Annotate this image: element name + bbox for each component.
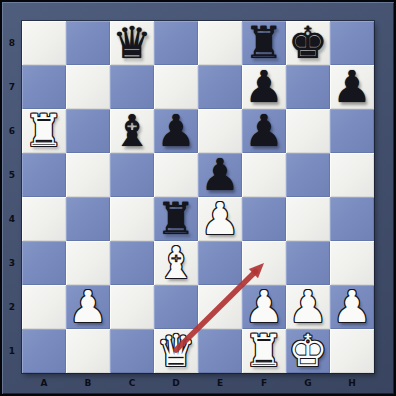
piece-black-bishop-c6[interactable]: ♝ bbox=[110, 109, 154, 153]
square-e7[interactable] bbox=[198, 65, 242, 109]
square-e3[interactable] bbox=[198, 241, 242, 285]
file-label-c: C bbox=[110, 375, 154, 392]
rank-label-6: 6 bbox=[4, 109, 20, 153]
square-b3[interactable] bbox=[66, 241, 110, 285]
piece-black-queen-c8[interactable]: ♛ bbox=[110, 21, 154, 65]
square-g3[interactable] bbox=[286, 241, 330, 285]
piece-black-pawn-f7[interactable]: ♟ bbox=[242, 65, 286, 109]
square-e8[interactable] bbox=[198, 21, 242, 65]
square-c7[interactable] bbox=[110, 65, 154, 109]
square-a4[interactable] bbox=[22, 197, 66, 241]
piece-white-pawn-e4[interactable]: ♟ bbox=[198, 197, 242, 241]
square-d7[interactable] bbox=[154, 65, 198, 109]
square-e4[interactable]: ♟ bbox=[198, 197, 242, 241]
rank-label-3: 3 bbox=[4, 241, 20, 285]
piece-black-king-g8[interactable]: ♚ bbox=[286, 21, 330, 65]
file-label-f: F bbox=[242, 375, 286, 392]
square-d1[interactable]: ♛ bbox=[154, 329, 198, 373]
square-a1[interactable] bbox=[22, 329, 66, 373]
square-g1[interactable]: ♚ bbox=[286, 329, 330, 373]
rank-label-8: 8 bbox=[4, 21, 20, 65]
rank-label-5: 5 bbox=[4, 153, 20, 197]
piece-black-pawn-h7[interactable]: ♟ bbox=[330, 65, 374, 109]
square-f1[interactable]: ♜ bbox=[242, 329, 286, 373]
square-g2[interactable]: ♟ bbox=[286, 285, 330, 329]
square-b8[interactable] bbox=[66, 21, 110, 65]
square-a3[interactable] bbox=[22, 241, 66, 285]
square-h8[interactable] bbox=[330, 21, 374, 65]
square-f3[interactable] bbox=[242, 241, 286, 285]
file-label-a: A bbox=[22, 375, 66, 392]
square-c3[interactable] bbox=[110, 241, 154, 285]
square-a5[interactable] bbox=[22, 153, 66, 197]
square-b2[interactable]: ♟ bbox=[66, 285, 110, 329]
square-f4[interactable] bbox=[242, 197, 286, 241]
piece-black-pawn-d6[interactable]: ♟ bbox=[154, 109, 198, 153]
square-a7[interactable] bbox=[22, 65, 66, 109]
square-c4[interactable] bbox=[110, 197, 154, 241]
piece-black-rook-d4[interactable]: ♜ bbox=[154, 197, 198, 241]
piece-white-rook-f1[interactable]: ♜ bbox=[242, 329, 286, 373]
square-g5[interactable] bbox=[286, 153, 330, 197]
square-h4[interactable] bbox=[330, 197, 374, 241]
chess-board: ♛♜♚♟♟♜♝♟♟♟♜♟♝♟♟♟♟♛♜♚ bbox=[22, 21, 374, 373]
square-g8[interactable]: ♚ bbox=[286, 21, 330, 65]
file-label-h: H bbox=[330, 375, 374, 392]
piece-white-pawn-h2[interactable]: ♟ bbox=[330, 285, 374, 329]
piece-white-rook-a6[interactable]: ♜ bbox=[22, 109, 66, 153]
file-label-g: G bbox=[286, 375, 330, 392]
square-h6[interactable] bbox=[330, 109, 374, 153]
square-b7[interactable] bbox=[66, 65, 110, 109]
square-h5[interactable] bbox=[330, 153, 374, 197]
square-c2[interactable] bbox=[110, 285, 154, 329]
square-c1[interactable] bbox=[110, 329, 154, 373]
square-a6[interactable]: ♜ bbox=[22, 109, 66, 153]
square-f8[interactable]: ♜ bbox=[242, 21, 286, 65]
square-d6[interactable]: ♟ bbox=[154, 109, 198, 153]
piece-white-king-g1[interactable]: ♚ bbox=[286, 329, 330, 373]
square-g6[interactable] bbox=[286, 109, 330, 153]
piece-white-queen-d1[interactable]: ♛ bbox=[154, 329, 198, 373]
square-b5[interactable] bbox=[66, 153, 110, 197]
square-e6[interactable] bbox=[198, 109, 242, 153]
square-f2[interactable]: ♟ bbox=[242, 285, 286, 329]
rank-label-7: 7 bbox=[4, 65, 20, 109]
square-e1[interactable] bbox=[198, 329, 242, 373]
square-a2[interactable] bbox=[22, 285, 66, 329]
square-h2[interactable]: ♟ bbox=[330, 285, 374, 329]
square-h7[interactable]: ♟ bbox=[330, 65, 374, 109]
square-d4[interactable]: ♜ bbox=[154, 197, 198, 241]
square-b1[interactable] bbox=[66, 329, 110, 373]
rank-label-4: 4 bbox=[4, 197, 20, 241]
square-c8[interactable]: ♛ bbox=[110, 21, 154, 65]
piece-black-rook-f8[interactable]: ♜ bbox=[242, 21, 286, 65]
piece-black-pawn-e5[interactable]: ♟ bbox=[198, 153, 242, 197]
square-f6[interactable]: ♟ bbox=[242, 109, 286, 153]
square-c6[interactable]: ♝ bbox=[110, 109, 154, 153]
square-a8[interactable] bbox=[22, 21, 66, 65]
square-b6[interactable] bbox=[66, 109, 110, 153]
square-f5[interactable] bbox=[242, 153, 286, 197]
rank-label-1: 1 bbox=[4, 329, 20, 373]
file-label-e: E bbox=[198, 375, 242, 392]
rank-label-2: 2 bbox=[4, 285, 20, 329]
piece-white-pawn-b2[interactable]: ♟ bbox=[66, 285, 110, 329]
chess-app-window: ♛♜♚♟♟♜♝♟♟♟♜♟♝♟♟♟♟♛♜♚ 87654321ABCDEFGH bbox=[0, 0, 396, 396]
piece-white-pawn-f2[interactable]: ♟ bbox=[242, 285, 286, 329]
square-f7[interactable]: ♟ bbox=[242, 65, 286, 109]
file-label-d: D bbox=[154, 375, 198, 392]
piece-white-pawn-g2[interactable]: ♟ bbox=[286, 285, 330, 329]
square-g7[interactable] bbox=[286, 65, 330, 109]
square-e2[interactable] bbox=[198, 285, 242, 329]
file-label-b: B bbox=[66, 375, 110, 392]
square-d8[interactable] bbox=[154, 21, 198, 65]
square-g4[interactable] bbox=[286, 197, 330, 241]
square-b4[interactable] bbox=[66, 197, 110, 241]
piece-white-bishop-d3[interactable]: ♝ bbox=[154, 241, 198, 285]
square-d2[interactable] bbox=[154, 285, 198, 329]
square-h3[interactable] bbox=[330, 241, 374, 285]
square-c5[interactable] bbox=[110, 153, 154, 197]
square-e5[interactable]: ♟ bbox=[198, 153, 242, 197]
square-h1[interactable] bbox=[330, 329, 374, 373]
square-d3[interactable]: ♝ bbox=[154, 241, 198, 285]
piece-black-pawn-f6[interactable]: ♟ bbox=[242, 109, 286, 153]
square-d5[interactable] bbox=[154, 153, 198, 197]
